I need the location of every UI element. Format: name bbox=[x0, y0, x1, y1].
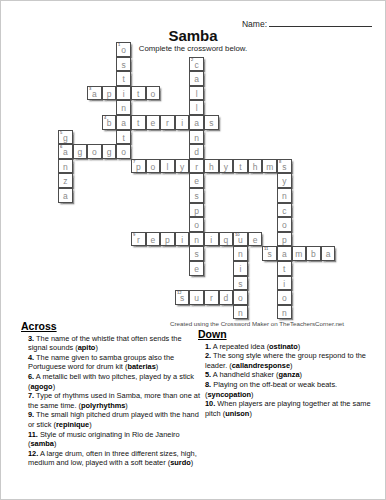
cell-letter: a bbox=[322, 247, 335, 260]
grid-cell-16-17[interactable]: i bbox=[277, 276, 292, 291]
grid-cell-16-18[interactable]: o bbox=[277, 290, 292, 305]
clue-across-12: 12. A large drum, often in three differe… bbox=[28, 449, 200, 468]
cell-letter: o bbox=[234, 291, 247, 304]
grid-cell-1-9[interactable]: n bbox=[58, 159, 73, 174]
cell-letter: t bbox=[132, 87, 145, 100]
grid-cell-17-15[interactable]: m bbox=[292, 246, 307, 261]
cell-letter: t bbox=[132, 116, 145, 129]
cell-number: 11 bbox=[264, 247, 268, 251]
grid-cell-10-7[interactable]: n bbox=[189, 130, 204, 145]
grid-cell-10-16[interactable]: e bbox=[189, 261, 204, 276]
cell-letter: a bbox=[190, 116, 203, 129]
cell-letter: h bbox=[205, 160, 218, 173]
grid-cell-10-14[interactable]: n bbox=[189, 232, 204, 247]
grid-cell-10-3[interactable]: a bbox=[189, 71, 204, 86]
grid-cell-10-2[interactable]: 2c bbox=[189, 57, 204, 72]
grid-cell-1-11[interactable]: a bbox=[58, 188, 73, 203]
cell-letter: q bbox=[220, 233, 233, 246]
grid-cell-10-8[interactable]: d bbox=[189, 144, 204, 159]
cell-letter: o bbox=[147, 160, 160, 173]
grid-cell-5-1[interactable]: 1o bbox=[116, 42, 131, 57]
cell-letter: p bbox=[278, 233, 291, 246]
across-heading: Across bbox=[21, 322, 200, 332]
clue-across-9: 9. The small high pitched drum played wi… bbox=[28, 410, 200, 429]
cell-letter: a bbox=[190, 72, 203, 85]
grid-cell-9-18[interactable]: 12s bbox=[175, 290, 190, 305]
grid-cell-11-18[interactable]: r bbox=[204, 290, 219, 305]
grid-cell-4-6[interactable]: 4b bbox=[102, 115, 117, 130]
cell-letter: z bbox=[59, 174, 72, 187]
grid-cell-5-3[interactable]: t bbox=[116, 71, 131, 86]
cell-letter: a bbox=[117, 116, 130, 129]
cell-number: 5 bbox=[60, 131, 62, 135]
grid-cell-12-18[interactable]: d bbox=[219, 290, 234, 305]
grid-cell-13-16[interactable]: i bbox=[233, 261, 248, 276]
grid-cell-10-4[interactable]: l bbox=[189, 86, 204, 101]
grid-cell-13-14[interactable]: 10u bbox=[233, 232, 248, 247]
down-clue-list: 1. A repeated idea (ostinato)2. The song… bbox=[198, 342, 382, 419]
cell-letter: n bbox=[234, 247, 247, 260]
cell-letter: a bbox=[278, 247, 291, 260]
grid-cell-15-9[interactable]: m bbox=[262, 159, 277, 174]
grid-cell-1-7[interactable]: 5g bbox=[58, 130, 73, 145]
grid-cell-7-4[interactable]: o bbox=[146, 86, 161, 101]
cell-letter: n bbox=[190, 233, 203, 246]
grid-cell-5-6[interactable]: a bbox=[116, 115, 131, 130]
cell-letter: m bbox=[263, 160, 276, 173]
grid-cell-16-10[interactable]: y bbox=[277, 173, 292, 188]
grid-cell-19-15[interactable]: a bbox=[321, 246, 336, 261]
grid-cell-13-18[interactable]: o bbox=[233, 290, 248, 305]
grid-cell-14-9[interactable]: h bbox=[248, 159, 263, 174]
grid-cell-16-13[interactable]: o bbox=[277, 217, 292, 232]
grid-cell-16-15[interactable]: a bbox=[277, 246, 292, 261]
grid-cell-13-19[interactable]: n bbox=[233, 305, 248, 320]
grid-cell-4-4[interactable]: p bbox=[102, 86, 117, 101]
cell-letter: e bbox=[249, 233, 262, 246]
grid-cell-3-4[interactable]: 3a bbox=[87, 86, 102, 101]
cell-letter: s bbox=[234, 277, 247, 290]
cell-letter: i bbox=[205, 233, 218, 246]
cell-letter: s bbox=[190, 247, 203, 260]
cell-letter: s bbox=[205, 116, 218, 129]
grid-cell-9-14[interactable]: i bbox=[175, 232, 190, 247]
cell-number: 4 bbox=[104, 116, 106, 120]
cell-letter: o bbox=[278, 218, 291, 231]
cell-letter: n bbox=[234, 306, 247, 319]
grid-cell-12-9[interactable]: y bbox=[219, 159, 234, 174]
cell-letter: m bbox=[293, 247, 306, 260]
cell-letter: y bbox=[278, 174, 291, 187]
grid-cell-10-9[interactable]: r bbox=[189, 159, 204, 174]
grid-cell-8-9[interactable]: l bbox=[160, 159, 175, 174]
cell-letter: p bbox=[103, 87, 116, 100]
cell-letter: r bbox=[161, 116, 174, 129]
cell-letter: d bbox=[220, 291, 233, 304]
cell-letter: o bbox=[190, 218, 203, 231]
cell-letter: l bbox=[190, 87, 203, 100]
grid-cell-8-14[interactable]: p bbox=[160, 232, 175, 247]
grid-cell-6-14[interactable]: 9r bbox=[131, 232, 146, 247]
clue-across-6: 6. A metallic bell with two pitches, pla… bbox=[28, 372, 200, 391]
grid-cell-11-14[interactable]: i bbox=[204, 232, 219, 247]
cell-letter: l bbox=[161, 160, 174, 173]
grid-cell-6-9[interactable]: 7p bbox=[131, 159, 146, 174]
down-heading: Down bbox=[198, 330, 382, 340]
cell-letter: r bbox=[205, 291, 218, 304]
grid-cell-9-9[interactable]: y bbox=[175, 159, 190, 174]
grid-cell-7-6[interactable]: e bbox=[146, 115, 161, 130]
grid-cell-10-10[interactable]: e bbox=[189, 173, 204, 188]
clue-down-1: 1. A repeated idea (ostinato) bbox=[205, 342, 382, 352]
cell-letter: g bbox=[103, 145, 116, 158]
clue-down-8: 8. Playing on the off-beat or weak beats… bbox=[205, 380, 382, 399]
cell-letter: d bbox=[190, 145, 203, 158]
grid-cell-10-15[interactable]: s bbox=[189, 246, 204, 261]
clue-down-10: 10. When players are playing together at… bbox=[205, 399, 382, 418]
cell-letter: o bbox=[147, 87, 160, 100]
grid-cell-6-4[interactable]: t bbox=[131, 86, 146, 101]
cell-letter: i bbox=[176, 116, 189, 129]
grid-cell-10-6[interactable]: a bbox=[189, 115, 204, 130]
grid-cell-14-14[interactable]: e bbox=[248, 232, 263, 247]
grid-cell-2-8[interactable]: g bbox=[73, 144, 88, 159]
grid-cell-1-8[interactable]: 6a bbox=[58, 144, 73, 159]
grid-cell-10-5[interactable]: l bbox=[189, 100, 204, 115]
cell-letter: t bbox=[234, 160, 247, 173]
cell-number: 6 bbox=[60, 145, 62, 149]
down-section: Down 1. A repeated idea (ostinato)2. The… bbox=[198, 330, 382, 418]
clue-across-3: 3. The name of the whistle that often se… bbox=[28, 334, 200, 353]
grid-cell-6-6[interactable]: t bbox=[131, 115, 146, 130]
grid-cell-13-15[interactable]: n bbox=[233, 246, 248, 261]
grid-cell-5-4[interactable]: i bbox=[116, 86, 131, 101]
cell-letter: y bbox=[176, 160, 189, 173]
across-section: Across 3. The name of the whistle that o… bbox=[21, 322, 200, 468]
cell-letter: n bbox=[278, 306, 291, 319]
grid-cell-7-9[interactable]: o bbox=[146, 159, 161, 174]
cell-letter: o bbox=[278, 291, 291, 304]
cell-letter: y bbox=[220, 160, 233, 173]
cell-letter: o bbox=[117, 145, 130, 158]
cell-number: 8 bbox=[279, 160, 281, 164]
grid-cell-7-14[interactable]: e bbox=[146, 232, 161, 247]
cell-letter: e bbox=[147, 116, 160, 129]
cell-letter: e bbox=[190, 174, 203, 187]
cell-letter: s bbox=[117, 58, 130, 71]
cell-letter: a bbox=[59, 189, 72, 202]
grid-cell-13-17[interactable]: s bbox=[233, 276, 248, 291]
grid-cell-5-7[interactable]: t bbox=[116, 130, 131, 145]
cell-letter: n bbox=[117, 101, 130, 114]
grid-cell-10-12[interactable]: p bbox=[189, 203, 204, 218]
grid-cell-8-6[interactable]: r bbox=[160, 115, 175, 130]
cell-letter: t bbox=[278, 262, 291, 275]
cell-letter: o bbox=[88, 145, 101, 158]
cell-letter: i bbox=[117, 87, 130, 100]
cell-letter: n bbox=[190, 131, 203, 144]
grid-cell-1-10[interactable]: z bbox=[58, 173, 73, 188]
cell-letter: n bbox=[278, 189, 291, 202]
grid-cell-10-13[interactable]: o bbox=[189, 217, 204, 232]
cell-letter: g bbox=[74, 145, 87, 158]
grid-cell-9-6[interactable]: i bbox=[175, 115, 190, 130]
cell-letter: p bbox=[190, 204, 203, 217]
cell-letter: n bbox=[59, 160, 72, 173]
grid-cell-10-18[interactable]: u bbox=[189, 290, 204, 305]
cell-letter: r bbox=[190, 160, 203, 173]
cell-letter: t bbox=[117, 72, 130, 85]
clue-across-4: 4. The name given to samba groups also t… bbox=[28, 353, 200, 372]
cell-number: 9 bbox=[133, 233, 135, 237]
grid-cell-11-6[interactable]: s bbox=[204, 115, 219, 130]
grid-cell-5-8[interactable]: o bbox=[116, 144, 131, 159]
cell-letter: u bbox=[190, 291, 203, 304]
clue-across-11: 11. Style of music originating in Rio de… bbox=[28, 430, 200, 449]
grid-cell-4-8[interactable]: g bbox=[102, 144, 117, 159]
grid-cell-5-2[interactable]: s bbox=[116, 57, 131, 72]
clue-down-5: 5. A handheld shaker (ganza) bbox=[205, 370, 382, 380]
cell-letter: h bbox=[249, 160, 262, 173]
grid-cell-12-14[interactable]: q bbox=[219, 232, 234, 247]
clue-down-2: 2. The song style where the group respon… bbox=[205, 351, 382, 370]
grid-cell-11-9[interactable]: h bbox=[204, 159, 219, 174]
grid-cell-16-12[interactable]: c bbox=[277, 203, 292, 218]
grid-cell-13-9[interactable]: t bbox=[233, 159, 248, 174]
cell-number: 7 bbox=[133, 160, 135, 164]
grid-cell-10-11[interactable]: s bbox=[189, 188, 204, 203]
cell-letter: i bbox=[234, 262, 247, 275]
cell-letter: l bbox=[190, 101, 203, 114]
cell-letter: b bbox=[307, 247, 320, 260]
grid-cell-16-14[interactable]: p bbox=[277, 232, 292, 247]
grid-cell-5-5[interactable]: n bbox=[116, 100, 131, 115]
grid-cell-3-8[interactable]: o bbox=[87, 144, 102, 159]
cell-number: 12 bbox=[177, 291, 182, 295]
cell-letter: p bbox=[161, 233, 174, 246]
cell-number: 10 bbox=[235, 233, 240, 237]
grid-cell-16-11[interactable]: n bbox=[277, 188, 292, 203]
worksheet-page: Name: Samba Complete the crossword below… bbox=[0, 0, 386, 500]
cell-number: 3 bbox=[89, 87, 91, 91]
grid-cell-16-9[interactable]: 8s bbox=[277, 159, 292, 174]
cell-letter: e bbox=[190, 262, 203, 275]
across-clue-list: 3. The name of the whistle that often se… bbox=[21, 334, 200, 468]
cell-letter: i bbox=[176, 233, 189, 246]
grid-cell-16-16[interactable]: t bbox=[277, 261, 292, 276]
cell-letter: i bbox=[278, 277, 291, 290]
grid-cell-15-15[interactable]: 11s bbox=[262, 246, 277, 261]
cell-letter: s bbox=[190, 189, 203, 202]
cell-letter: t bbox=[117, 131, 130, 144]
grid-cell-18-15[interactable]: b bbox=[306, 246, 321, 261]
cell-letter: c bbox=[278, 204, 291, 217]
clue-across-7: 7. Type of rhythms used in Samba, more t… bbox=[28, 391, 200, 410]
cell-letter: e bbox=[147, 233, 160, 246]
grid-cell-16-19[interactable]: n bbox=[277, 305, 292, 320]
